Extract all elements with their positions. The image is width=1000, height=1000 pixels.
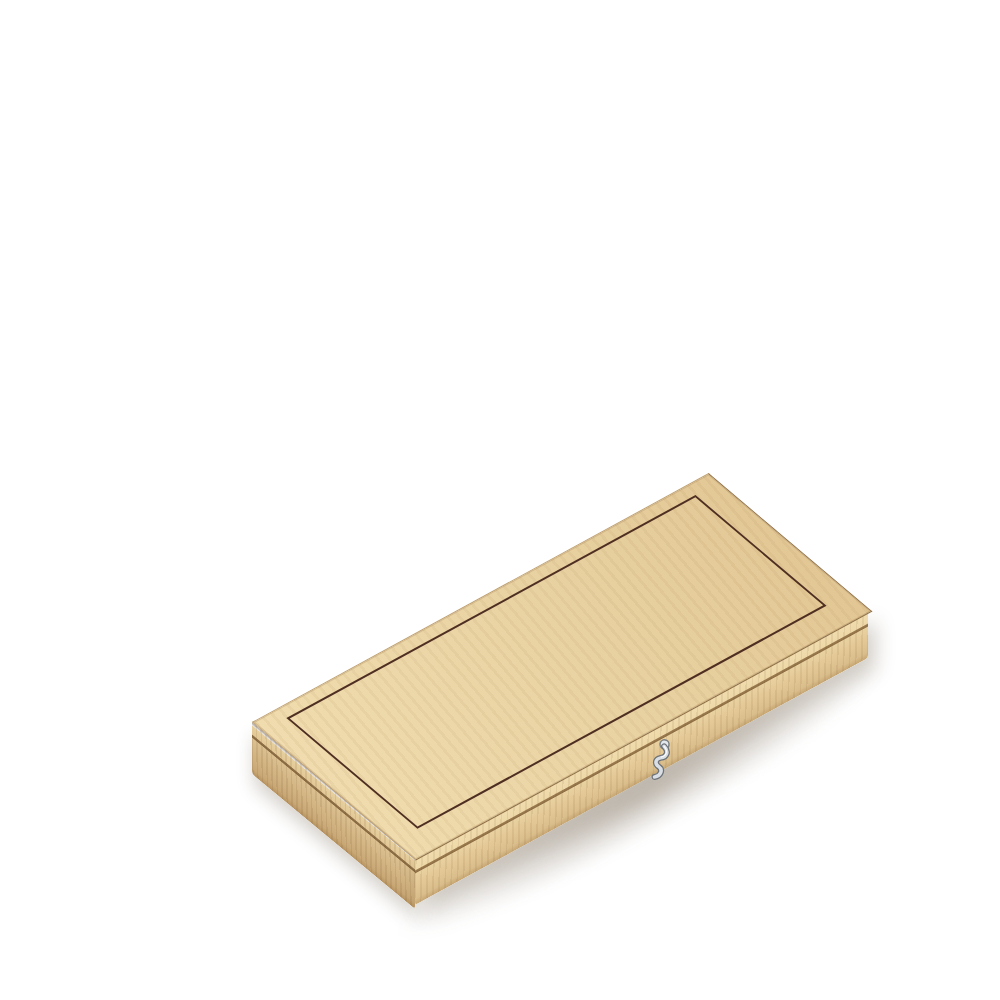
chess-pieces-row <box>88 0 892 429</box>
chess-set-product-photo <box>0 0 1000 1000</box>
